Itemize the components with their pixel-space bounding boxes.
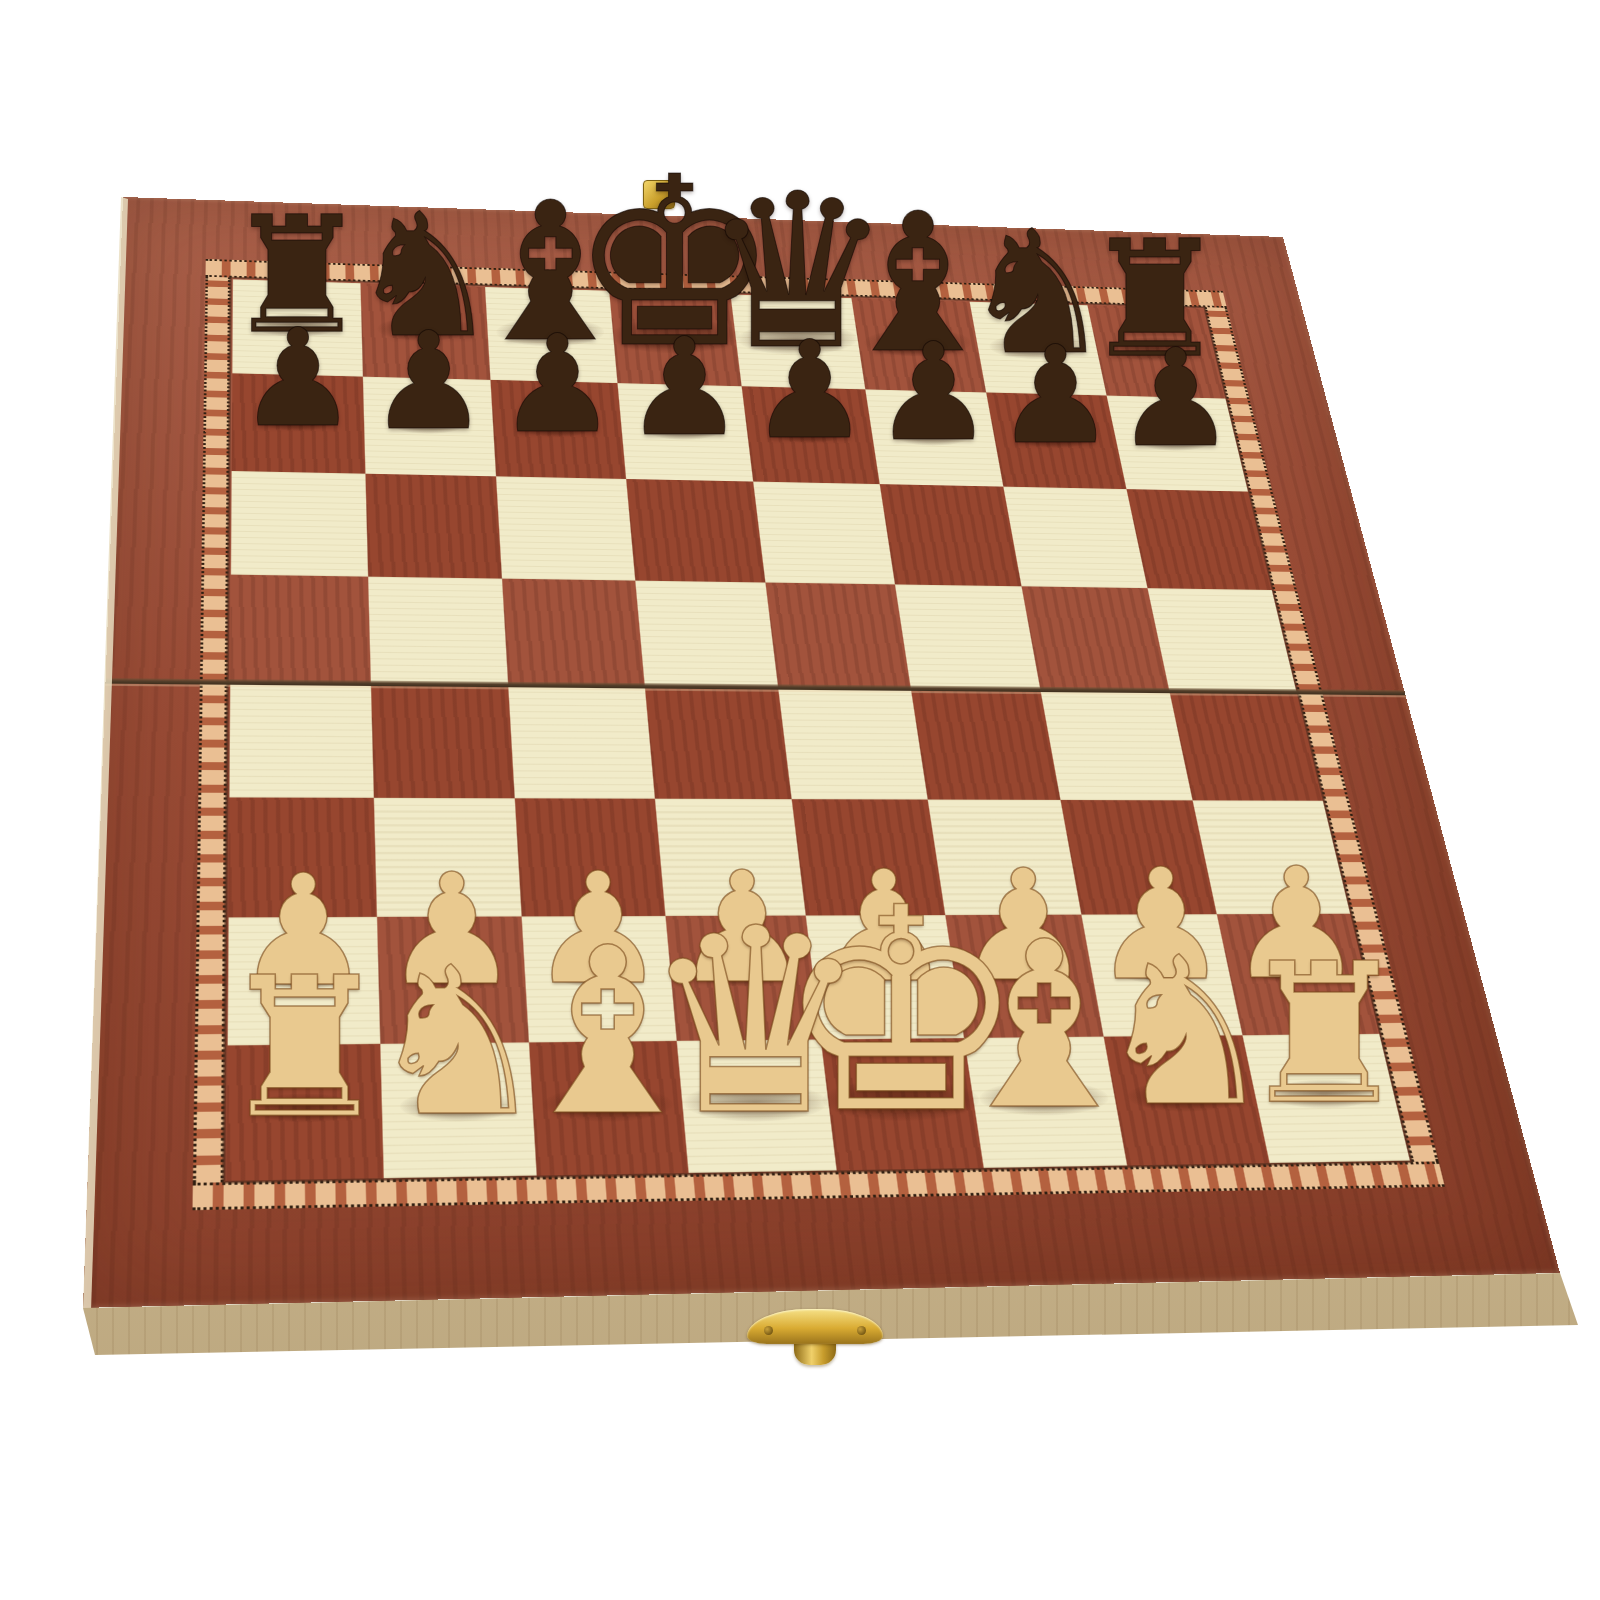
square-h5[interactable]: [1147, 588, 1297, 694]
piece-white-knight[interactable]: ♞: [366, 941, 549, 1145]
square-c6[interactable]: [496, 476, 636, 581]
piece-black-pawn[interactable]: ♟: [368, 315, 489, 450]
square-g5[interactable]: [1021, 586, 1170, 692]
piece-black-pawn[interactable]: ♟: [624, 321, 745, 456]
square-d5[interactable]: [635, 580, 780, 688]
square-g4[interactable]: [1040, 690, 1193, 801]
clasp-screw: [764, 1326, 773, 1335]
square-a5[interactable]: [230, 574, 371, 685]
square-h6[interactable]: [1126, 489, 1272, 590]
square-h4[interactable]: [1169, 691, 1323, 801]
clasp-screw: [857, 1326, 866, 1335]
square-e5[interactable]: [765, 582, 911, 690]
square-b6[interactable]: [365, 474, 503, 579]
square-f5[interactable]: [894, 584, 1041, 691]
piece-black-pawn[interactable]: ♟: [873, 327, 994, 462]
square-e6[interactable]: [753, 482, 895, 585]
square-g6[interactable]: [1003, 487, 1148, 589]
square-a6[interactable]: [231, 471, 369, 577]
square-b5[interactable]: [367, 576, 509, 686]
piece-black-pawn[interactable]: ♟: [497, 318, 618, 453]
square-f4[interactable]: [910, 689, 1061, 801]
square-c5[interactable]: [502, 578, 645, 687]
square-e4[interactable]: [778, 688, 928, 800]
square-d6[interactable]: [626, 479, 767, 583]
square-d4[interactable]: [644, 686, 793, 799]
chess-set-photo: ♜♞♝♚♛♝♞♜♟♟♟♟♟♟♟♟♟♟♟♟♟♟♟♟♜♞♝♛♚♝♞♜: [0, 0, 1600, 1600]
piece-black-pawn[interactable]: ♟: [238, 312, 359, 447]
square-a4[interactable]: [229, 683, 374, 799]
square-c4[interactable]: [508, 685, 655, 799]
piece-black-pawn[interactable]: ♟: [995, 330, 1116, 465]
square-b4[interactable]: [370, 684, 516, 799]
piece-black-pawn[interactable]: ♟: [1115, 332, 1236, 467]
piece-black-pawn[interactable]: ♟: [749, 324, 870, 459]
piece-white-rook[interactable]: ♜: [218, 952, 391, 1145]
square-f6[interactable]: [879, 484, 1023, 587]
